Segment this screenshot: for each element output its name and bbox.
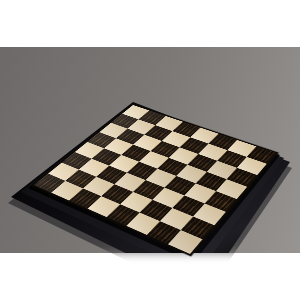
photo-backdrop [0,47,300,253]
